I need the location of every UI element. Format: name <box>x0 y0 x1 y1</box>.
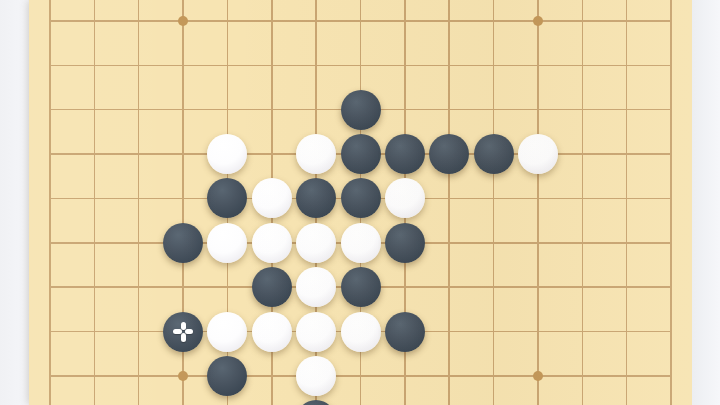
grid-line-vertical <box>138 0 140 405</box>
move-cursor-icon <box>171 320 195 344</box>
stone-white <box>207 223 247 263</box>
stone-black <box>341 178 381 218</box>
stone-white <box>296 223 336 263</box>
cursor-arm <box>185 329 194 334</box>
stone-white <box>296 312 336 352</box>
stone-white <box>296 134 336 174</box>
stone-white <box>385 178 425 218</box>
cursor-arm <box>181 322 186 331</box>
gomoku-board[interactable] <box>29 0 692 405</box>
board-grid <box>50 0 671 405</box>
stone-black <box>429 134 469 174</box>
grid-line-vertical <box>537 0 539 405</box>
cursor-arm <box>173 329 182 334</box>
stone-black-with-cursor[interactable] <box>163 312 203 352</box>
star-point <box>533 371 543 381</box>
stone-white <box>207 312 247 352</box>
stone-white <box>341 312 381 352</box>
stone-black <box>296 400 336 405</box>
page-background-left <box>0 0 29 405</box>
stone-black <box>474 134 514 174</box>
star-point <box>533 16 543 26</box>
grid-line-vertical <box>670 0 672 405</box>
stone-white <box>252 178 292 218</box>
stone-black <box>207 178 247 218</box>
grid-line-vertical <box>493 0 495 405</box>
stone-white <box>252 312 292 352</box>
stone-white <box>518 134 558 174</box>
stone-black <box>252 267 292 307</box>
stone-black <box>385 134 425 174</box>
stone-black <box>341 267 381 307</box>
stone-black <box>385 312 425 352</box>
grid-line-vertical <box>626 0 628 405</box>
star-point <box>178 371 188 381</box>
stone-black <box>207 356 247 396</box>
stone-black <box>341 134 381 174</box>
stone-black <box>385 223 425 263</box>
stone-white <box>296 267 336 307</box>
page-background-right <box>692 0 720 405</box>
stone-black <box>163 223 203 263</box>
stone-white <box>207 134 247 174</box>
cursor-arm <box>181 333 186 342</box>
star-point <box>178 16 188 26</box>
stone-black <box>341 90 381 130</box>
stone-white <box>296 356 336 396</box>
grid-line-vertical <box>582 0 584 405</box>
grid-line-vertical <box>49 0 51 405</box>
grid-line-horizontal <box>50 375 671 377</box>
grid-line-vertical <box>94 0 96 405</box>
stone-black <box>296 178 336 218</box>
stone-white <box>252 223 292 263</box>
stone-white <box>341 223 381 263</box>
app-viewport <box>0 0 720 405</box>
grid-line-vertical <box>448 0 450 405</box>
